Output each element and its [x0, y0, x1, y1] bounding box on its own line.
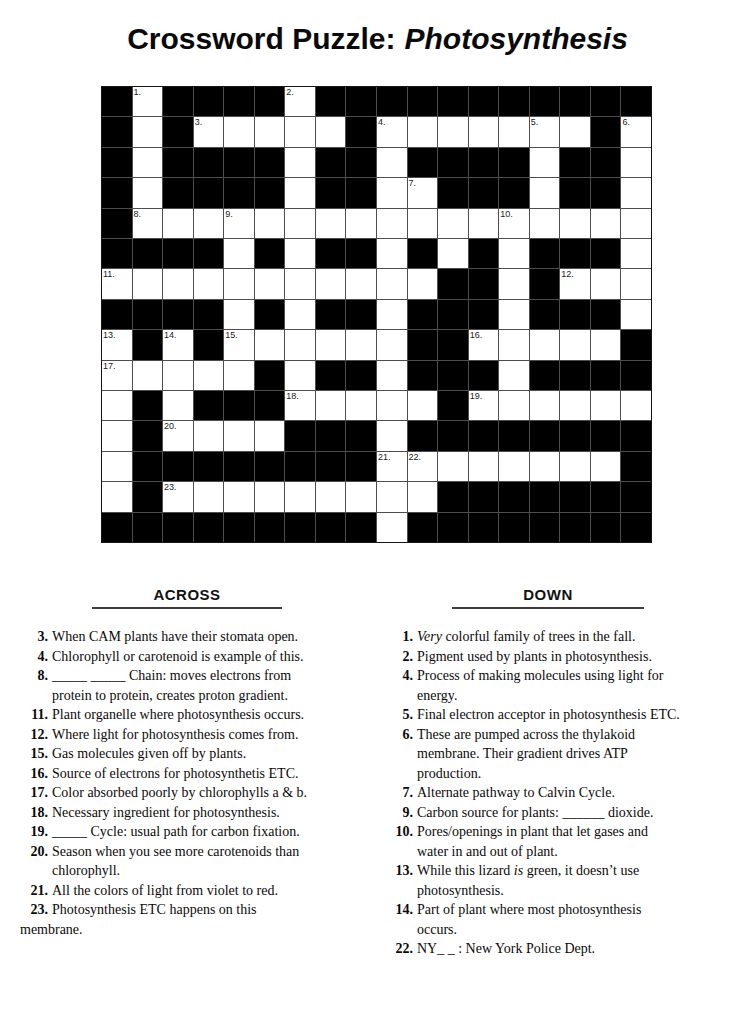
- white-cell[interactable]: 1.: [133, 87, 163, 116]
- white-cell[interactable]: 4.: [377, 117, 407, 146]
- black-cell: [255, 513, 285, 542]
- black-cell: [346, 148, 376, 177]
- white-cell[interactable]: 10.: [499, 209, 529, 238]
- cell-clue-number: 17.: [103, 361, 116, 372]
- white-cell[interactable]: [224, 361, 254, 390]
- clue-list-number: 22.: [389, 939, 413, 959]
- white-cell[interactable]: 23.: [163, 482, 193, 511]
- cell-clue-number: 8.: [134, 209, 142, 220]
- white-cell[interactable]: [377, 148, 407, 177]
- white-cell[interactable]: [377, 239, 407, 268]
- white-cell[interactable]: [194, 421, 224, 450]
- white-cell[interactable]: [255, 330, 285, 359]
- puzzle-title-subject: Photosynthesis: [405, 22, 628, 55]
- clue-list-number: 19.: [24, 822, 48, 842]
- black-cell: [438, 87, 468, 116]
- clue-item: 13.While this lizard is green, it doesn’…: [389, 861, 749, 900]
- white-cell[interactable]: [163, 361, 193, 390]
- clue-text-line: 19._____ Cycle: usual path for carbon fi…: [24, 822, 380, 842]
- white-cell[interactable]: 16.: [469, 330, 499, 359]
- black-cell: [469, 239, 499, 268]
- clue-text-line: 23.Photosynthesis ETC happens on this: [24, 900, 380, 920]
- white-cell[interactable]: [591, 330, 621, 359]
- black-cell: [316, 300, 346, 329]
- black-cell: [499, 178, 529, 207]
- white-cell[interactable]: [621, 269, 651, 298]
- white-cell[interactable]: [469, 452, 499, 481]
- puzzle-title: Crossword Puzzle:Photosynthesis: [0, 22, 755, 56]
- black-cell: [499, 87, 529, 116]
- clue-list-number: 20.: [24, 842, 48, 862]
- clue-item: 9.Carbon source for plants: ______ dioxi…: [389, 803, 749, 823]
- clue-text-line: 1.Very colorful family of trees in the f…: [389, 627, 749, 647]
- white-cell[interactable]: [163, 269, 193, 298]
- clue-item: 10.Pores/openings in plant that let gase…: [389, 822, 749, 861]
- black-cell: [102, 148, 132, 177]
- black-cell: [133, 391, 163, 420]
- black-cell: [194, 391, 224, 420]
- black-cell: [530, 482, 560, 511]
- white-cell[interactable]: [591, 452, 621, 481]
- black-cell: [224, 148, 254, 177]
- white-cell[interactable]: [621, 300, 651, 329]
- white-cell[interactable]: [316, 482, 346, 511]
- white-cell[interactable]: [621, 239, 651, 268]
- white-cell[interactable]: [346, 482, 376, 511]
- black-cell: [133, 513, 163, 542]
- black-cell: [255, 178, 285, 207]
- black-cell: [530, 513, 560, 542]
- black-cell: [163, 178, 193, 207]
- white-cell[interactable]: [133, 269, 163, 298]
- black-cell: [102, 117, 132, 146]
- black-cell: [560, 513, 590, 542]
- white-cell[interactable]: [194, 209, 224, 238]
- white-cell[interactable]: [408, 117, 438, 146]
- white-cell[interactable]: 14.: [163, 330, 193, 359]
- black-cell: [530, 300, 560, 329]
- white-cell[interactable]: [316, 391, 346, 420]
- white-cell[interactable]: [316, 117, 346, 146]
- black-cell: [133, 330, 163, 359]
- clue-text-line: 5.Final electron acceptor in photosynthe…: [389, 705, 749, 725]
- white-cell[interactable]: [591, 209, 621, 238]
- white-cell[interactable]: [499, 239, 529, 268]
- cell-clue-number: 16.: [470, 330, 483, 341]
- white-cell[interactable]: [133, 148, 163, 177]
- white-cell[interactable]: [591, 269, 621, 298]
- white-cell[interactable]: [560, 330, 590, 359]
- clue-list-number: 12.: [24, 725, 48, 745]
- white-cell[interactable]: [499, 117, 529, 146]
- black-cell: [285, 421, 315, 450]
- white-cell[interactable]: [316, 269, 346, 298]
- white-cell[interactable]: [499, 452, 529, 481]
- white-cell[interactable]: [499, 361, 529, 390]
- white-cell[interactable]: [560, 452, 590, 481]
- white-cell[interactable]: [621, 209, 651, 238]
- white-cell[interactable]: [499, 330, 529, 359]
- black-cell: [560, 239, 590, 268]
- white-cell[interactable]: [316, 330, 346, 359]
- black-cell: [591, 87, 621, 116]
- cell-clue-number: 9.: [225, 209, 233, 220]
- white-cell[interactable]: [163, 209, 193, 238]
- black-cell: [255, 148, 285, 177]
- white-cell[interactable]: [163, 391, 193, 420]
- black-cell: [591, 117, 621, 146]
- white-cell[interactable]: [560, 117, 590, 146]
- white-cell[interactable]: [194, 269, 224, 298]
- clue-list-number: 6.: [389, 725, 413, 745]
- white-cell[interactable]: [224, 239, 254, 268]
- white-cell[interactable]: [530, 209, 560, 238]
- cell-clue-number: 3.: [195, 117, 203, 128]
- clue-item: 4.Chlorophyll or carotenoid is example o…: [24, 647, 380, 667]
- black-cell: [316, 452, 346, 481]
- black-cell: [591, 513, 621, 542]
- white-cell[interactable]: [102, 452, 132, 481]
- white-cell[interactable]: [530, 452, 560, 481]
- black-cell: [469, 269, 499, 298]
- white-cell[interactable]: [408, 209, 438, 238]
- white-cell[interactable]: [469, 209, 499, 238]
- across-clue-list: 3.When CAM plants have their stomata ope…: [24, 627, 380, 939]
- black-cell: [469, 148, 499, 177]
- black-cell: [530, 87, 560, 116]
- white-cell[interactable]: [255, 209, 285, 238]
- clue-item: 12.Where light for photosynthesis comes …: [24, 725, 380, 745]
- white-cell[interactable]: [285, 300, 315, 329]
- black-cell: [194, 178, 224, 207]
- white-cell[interactable]: [285, 239, 315, 268]
- black-cell: [224, 452, 254, 481]
- clue-text-line: 16.Source of electrons for photosyntheti…: [24, 764, 380, 784]
- white-cell[interactable]: [316, 209, 346, 238]
- white-cell[interactable]: 13.: [102, 330, 132, 359]
- white-cell[interactable]: [285, 330, 315, 359]
- black-cell: [346, 300, 376, 329]
- black-cell: [499, 148, 529, 177]
- cell-clue-number: 22.: [409, 452, 422, 463]
- black-cell: [255, 239, 285, 268]
- clue-text-line: 21.All the colors of light from violet t…: [24, 881, 380, 901]
- black-cell: [469, 421, 499, 450]
- white-cell[interactable]: 7.: [408, 178, 438, 207]
- black-cell: [316, 513, 346, 542]
- clue-list-number: 9.: [389, 803, 413, 823]
- white-cell[interactable]: [377, 178, 407, 207]
- black-cell: [530, 361, 560, 390]
- white-cell[interactable]: [255, 269, 285, 298]
- white-cell[interactable]: 9.: [224, 209, 254, 238]
- white-cell[interactable]: [377, 513, 407, 542]
- black-cell: [438, 178, 468, 207]
- white-cell[interactable]: 21.: [377, 452, 407, 481]
- white-cell[interactable]: [133, 178, 163, 207]
- black-cell: [408, 330, 438, 359]
- clue-list-number: 14.: [389, 900, 413, 920]
- black-cell: [194, 330, 224, 359]
- black-cell: [408, 239, 438, 268]
- clue-text-continuation: energy.: [389, 686, 749, 706]
- black-cell: [224, 87, 254, 116]
- white-cell[interactable]: [346, 330, 376, 359]
- black-cell: [438, 300, 468, 329]
- black-cell: [346, 452, 376, 481]
- white-cell[interactable]: [621, 391, 651, 420]
- black-cell: [163, 87, 193, 116]
- black-cell: [469, 361, 499, 390]
- black-cell: [408, 361, 438, 390]
- black-cell: [621, 87, 651, 116]
- white-cell[interactable]: [102, 421, 132, 450]
- black-cell: [255, 391, 285, 420]
- black-cell: [163, 300, 193, 329]
- cell-clue-number: 23.: [164, 482, 177, 493]
- white-cell[interactable]: [224, 421, 254, 450]
- clue-text-line: 6.These are pumped across the thylakoid: [389, 725, 749, 745]
- clue-item: 15.Gas molecules given off by plants.: [24, 744, 380, 764]
- white-cell[interactable]: [530, 391, 560, 420]
- clue-item: 16.Source of electrons for photosyntheti…: [24, 764, 380, 784]
- cell-clue-number: 20.: [164, 421, 177, 432]
- black-cell: [621, 421, 651, 450]
- white-cell[interactable]: 5.: [530, 117, 560, 146]
- black-cell: [408, 513, 438, 542]
- white-cell[interactable]: [255, 482, 285, 511]
- black-cell: [346, 239, 376, 268]
- clue-item: 21.All the colors of light from violet t…: [24, 881, 380, 901]
- white-cell[interactable]: [621, 178, 651, 207]
- white-cell[interactable]: [255, 421, 285, 450]
- black-cell: [530, 421, 560, 450]
- clue-text-line: 20.Season when you see more carotenoids …: [24, 842, 380, 862]
- black-cell: [133, 300, 163, 329]
- white-cell[interactable]: [438, 209, 468, 238]
- white-cell[interactable]: [530, 330, 560, 359]
- white-cell[interactable]: [377, 421, 407, 450]
- clue-item: 22.NY_ _ : New York Police Dept.: [389, 939, 749, 959]
- black-cell: [102, 209, 132, 238]
- cell-clue-number: 15.: [225, 330, 238, 341]
- black-cell: [316, 239, 346, 268]
- clue-text-continuation: protein to protein, creates proton gradi…: [24, 686, 380, 706]
- white-cell[interactable]: [530, 148, 560, 177]
- black-cell: [469, 482, 499, 511]
- cell-clue-number: 18.: [286, 391, 299, 402]
- black-cell: [591, 148, 621, 177]
- white-cell[interactable]: [255, 117, 285, 146]
- white-cell[interactable]: [194, 361, 224, 390]
- black-cell: [469, 300, 499, 329]
- cell-clue-number: 1.: [134, 87, 142, 98]
- black-cell: [346, 361, 376, 390]
- clue-item: 11.Plant organelle where photosynthesis …: [24, 705, 380, 725]
- white-cell[interactable]: 17.: [102, 361, 132, 390]
- down-heading: DOWN: [452, 586, 644, 609]
- black-cell: [316, 148, 346, 177]
- white-cell[interactable]: 12.: [560, 269, 590, 298]
- black-cell: [560, 178, 590, 207]
- white-cell[interactable]: [102, 391, 132, 420]
- white-cell[interactable]: 19.: [469, 391, 499, 420]
- clue-item: 2.Pigment used by plants in photosynthes…: [389, 647, 749, 667]
- clue-item: 3.When CAM plants have their stomata ope…: [24, 627, 380, 647]
- clue-list-number: 5.: [389, 705, 413, 725]
- white-cell[interactable]: [499, 269, 529, 298]
- black-cell: [255, 452, 285, 481]
- black-cell: [408, 148, 438, 177]
- white-cell[interactable]: [224, 269, 254, 298]
- black-cell: [194, 148, 224, 177]
- white-cell[interactable]: [346, 269, 376, 298]
- white-cell[interactable]: [133, 361, 163, 390]
- clue-item: 4.Process of making molecules using ligh…: [389, 666, 749, 705]
- white-cell[interactable]: [408, 269, 438, 298]
- across-heading: ACROSS: [92, 586, 282, 609]
- white-cell[interactable]: [499, 300, 529, 329]
- black-cell: [316, 361, 346, 390]
- white-cell[interactable]: 6.: [621, 117, 651, 146]
- white-cell[interactable]: [285, 178, 315, 207]
- white-cell[interactable]: [346, 391, 376, 420]
- black-cell: [224, 513, 254, 542]
- black-cell: [469, 178, 499, 207]
- black-cell: [560, 361, 590, 390]
- black-cell: [102, 300, 132, 329]
- clue-text-line: 3.When CAM plants have their stomata ope…: [24, 627, 380, 647]
- clue-text-continuation: water in and out of plant.: [389, 842, 749, 862]
- white-cell[interactable]: [377, 330, 407, 359]
- white-cell[interactable]: [285, 117, 315, 146]
- cell-clue-number: 19.: [470, 391, 483, 402]
- clue-list-number: 18.: [24, 803, 48, 823]
- white-cell[interactable]: [377, 300, 407, 329]
- clue-item: 14.Part of plant where most photosynthes…: [389, 900, 749, 939]
- clue-list-number: 21.: [24, 881, 48, 901]
- white-cell[interactable]: [438, 117, 468, 146]
- white-cell[interactable]: 15.: [224, 330, 254, 359]
- black-cell: [194, 239, 224, 268]
- clue-text-line: 14.Part of plant where most photosynthes…: [389, 900, 749, 920]
- white-cell[interactable]: [285, 269, 315, 298]
- white-cell[interactable]: 20.: [163, 421, 193, 450]
- black-cell: [285, 452, 315, 481]
- white-cell[interactable]: 22.: [408, 452, 438, 481]
- black-cell: [469, 513, 499, 542]
- puzzle-title-prefix: Crossword Puzzle:: [127, 22, 395, 55]
- white-cell[interactable]: [285, 209, 315, 238]
- white-cell[interactable]: [285, 148, 315, 177]
- white-cell[interactable]: [102, 482, 132, 511]
- black-cell: [316, 421, 346, 450]
- black-cell: [560, 300, 590, 329]
- white-cell[interactable]: [133, 117, 163, 146]
- clue-list-number: 17.: [24, 783, 48, 803]
- white-cell[interactable]: [499, 391, 529, 420]
- white-cell[interactable]: [530, 178, 560, 207]
- black-cell: [163, 452, 193, 481]
- clue-item: 17.Color absorbed poorly by chlorophylls…: [24, 783, 380, 803]
- black-cell: [560, 148, 590, 177]
- black-cell: [102, 178, 132, 207]
- black-cell: [438, 148, 468, 177]
- black-cell: [499, 421, 529, 450]
- clue-list-number: 23.: [24, 900, 48, 920]
- white-cell[interactable]: [224, 300, 254, 329]
- clue-text-line: 12.Where light for photosynthesis comes …: [24, 725, 380, 745]
- white-cell[interactable]: [377, 209, 407, 238]
- white-cell[interactable]: [224, 482, 254, 511]
- white-cell[interactable]: 8.: [133, 209, 163, 238]
- clue-text-line: 22.NY_ _ : New York Police Dept.: [389, 939, 749, 959]
- black-cell: [499, 513, 529, 542]
- black-cell: [163, 239, 193, 268]
- black-cell: [346, 178, 376, 207]
- black-cell: [438, 421, 468, 450]
- white-cell[interactable]: [194, 482, 224, 511]
- clue-text-line: 17.Color absorbed poorly by chlorophylls…: [24, 783, 380, 803]
- clue-text-continuation: membrane. Their gradient drives ATP: [389, 744, 749, 764]
- white-cell[interactable]: [469, 117, 499, 146]
- white-cell[interactable]: 3.: [194, 117, 224, 146]
- white-cell[interactable]: [346, 209, 376, 238]
- white-cell[interactable]: [560, 209, 590, 238]
- white-cell[interactable]: [224, 117, 254, 146]
- clue-text-continuation: photosynthesis.: [389, 881, 749, 901]
- white-cell[interactable]: [285, 361, 315, 390]
- clue-item: 6.These are pumped across the thylakoidm…: [389, 725, 749, 784]
- black-cell: [621, 482, 651, 511]
- white-cell[interactable]: [377, 361, 407, 390]
- black-cell: [499, 482, 529, 511]
- white-cell[interactable]: 11.: [102, 269, 132, 298]
- white-cell[interactable]: [377, 269, 407, 298]
- cell-clue-number: 6.: [622, 117, 630, 128]
- black-cell: [591, 482, 621, 511]
- clue-text-line: 9.Carbon source for plants: ______ dioxi…: [389, 803, 749, 823]
- black-cell: [621, 452, 651, 481]
- clue-list-number: 8.: [24, 666, 48, 686]
- black-cell: [346, 87, 376, 116]
- black-cell: [255, 300, 285, 329]
- black-cell: [346, 421, 376, 450]
- clue-text-line: 11.Plant organelle where photosynthesis …: [24, 705, 380, 725]
- white-cell[interactable]: [285, 482, 315, 511]
- clue-item: 5.Final electron acceptor in photosynthe…: [389, 705, 749, 725]
- clue-list-number: 1.: [389, 627, 413, 647]
- black-cell: [530, 239, 560, 268]
- white-cell[interactable]: [438, 452, 468, 481]
- black-cell: [102, 513, 132, 542]
- white-cell[interactable]: [377, 482, 407, 511]
- black-cell: [133, 239, 163, 268]
- white-cell[interactable]: [438, 239, 468, 268]
- white-cell[interactable]: [377, 391, 407, 420]
- white-cell[interactable]: [408, 391, 438, 420]
- white-cell[interactable]: [408, 482, 438, 511]
- white-cell[interactable]: 18.: [285, 391, 315, 420]
- black-cell: [133, 482, 163, 511]
- clue-text-line: 8._____ _____ Chain: moves electrons fro…: [24, 666, 380, 686]
- black-cell: [133, 421, 163, 450]
- white-cell[interactable]: [621, 148, 651, 177]
- white-cell[interactable]: 2.: [285, 87, 315, 116]
- white-cell[interactable]: [591, 391, 621, 420]
- white-cell[interactable]: [560, 391, 590, 420]
- clue-text-continuation: chlorophyll.: [24, 861, 380, 881]
